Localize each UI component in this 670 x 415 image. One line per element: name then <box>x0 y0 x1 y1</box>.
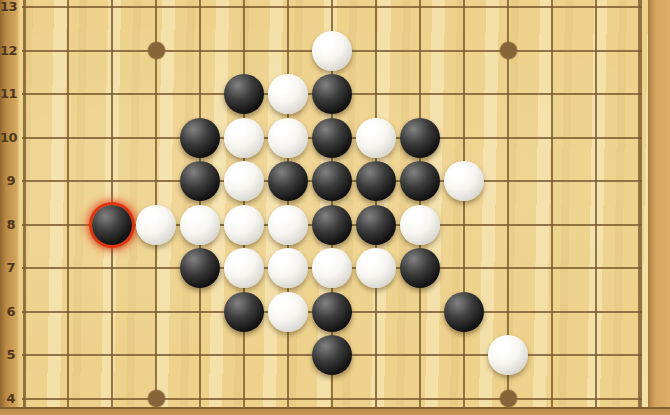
intersection-G13[interactable] <box>266 0 310 29</box>
intersection-N7[interactable] <box>574 246 618 290</box>
intersection-F7[interactable] <box>222 246 266 290</box>
intersection-E13[interactable] <box>178 0 222 29</box>
intersection-N10[interactable] <box>574 116 618 160</box>
black-stone <box>356 205 396 245</box>
intersection-J9[interactable] <box>398 159 442 203</box>
intersection-K6[interactable] <box>442 290 486 334</box>
intersection-G10[interactable] <box>266 116 310 160</box>
black-stone <box>400 118 440 158</box>
intersection-I8[interactable] <box>354 203 398 247</box>
intersection-M9[interactable] <box>530 159 574 203</box>
black-stone <box>312 292 352 332</box>
intersection-H11[interactable] <box>310 72 354 116</box>
intersection-K11[interactable] <box>442 72 486 116</box>
white-stone <box>488 335 528 375</box>
intersection-J10[interactable] <box>398 116 442 160</box>
intersection-N12[interactable] <box>574 29 618 73</box>
black-stone <box>312 118 352 158</box>
intersection-G9[interactable] <box>266 159 310 203</box>
intersection-F11[interactable] <box>222 72 266 116</box>
intersection-B7[interactable] <box>46 246 90 290</box>
intersection-L6[interactable] <box>486 290 530 334</box>
intersection-I6[interactable] <box>354 290 398 334</box>
intersection-B11[interactable] <box>46 72 90 116</box>
white-stone <box>312 248 352 288</box>
white-stone <box>356 248 396 288</box>
intersection-J6[interactable] <box>398 290 442 334</box>
intersection-K10[interactable] <box>442 116 486 160</box>
intersection-H7[interactable] <box>310 246 354 290</box>
intersection-J5[interactable] <box>398 333 442 377</box>
black-stone <box>444 292 484 332</box>
intersection-G7[interactable] <box>266 246 310 290</box>
white-stone <box>268 205 308 245</box>
row-label-7: 7 <box>0 259 15 277</box>
intersection-M6[interactable] <box>530 290 574 334</box>
intersection-M13[interactable] <box>530 0 574 29</box>
intersection-L5[interactable] <box>486 333 530 377</box>
intersection-K7[interactable] <box>442 246 486 290</box>
intersection-E12[interactable] <box>178 29 222 73</box>
white-stone <box>268 118 308 158</box>
intersection-M10[interactable] <box>530 116 574 160</box>
intersection-G12[interactable] <box>266 29 310 73</box>
row-label-5: 5 <box>0 346 15 364</box>
row-label-11: 11 <box>0 85 15 103</box>
white-stone <box>180 205 220 245</box>
intersection-N11[interactable] <box>574 72 618 116</box>
intersection-B10[interactable] <box>46 116 90 160</box>
intersection-D6[interactable] <box>134 290 178 334</box>
intersection-H6[interactable] <box>310 290 354 334</box>
black-stone <box>268 161 308 201</box>
intersection-K13[interactable] <box>442 0 486 29</box>
intersection-F9[interactable] <box>222 159 266 203</box>
intersection-N6[interactable] <box>574 290 618 334</box>
white-stone <box>224 205 264 245</box>
intersection-H5[interactable] <box>310 333 354 377</box>
intersection-D7[interactable] <box>134 246 178 290</box>
intersection-K9[interactable] <box>442 159 486 203</box>
intersection-N5[interactable] <box>574 333 618 377</box>
intersection-C13[interactable] <box>90 0 134 29</box>
intersection-I13[interactable] <box>354 0 398 29</box>
intersection-M11[interactable] <box>530 72 574 116</box>
intersection-D5[interactable] <box>134 333 178 377</box>
bottom-border-strip <box>0 407 670 415</box>
intersection-F13[interactable] <box>222 0 266 29</box>
intersection-J13[interactable] <box>398 0 442 29</box>
intersection-D11[interactable] <box>134 72 178 116</box>
intersection-F5[interactable] <box>222 333 266 377</box>
intersection-D10[interactable] <box>134 116 178 160</box>
intersection-B5[interactable] <box>46 333 90 377</box>
intersection-B13[interactable] <box>46 0 90 29</box>
intersection-D9[interactable] <box>134 159 178 203</box>
intersection-L8[interactable] <box>486 203 530 247</box>
intersection-B6[interactable] <box>46 290 90 334</box>
goban: 13121110987654 <box>0 0 670 415</box>
intersection-B12[interactable] <box>46 29 90 73</box>
intersection-L11[interactable] <box>486 72 530 116</box>
intersection-N8[interactable] <box>574 203 618 247</box>
intersection-J7[interactable] <box>398 246 442 290</box>
intersection-G11[interactable] <box>266 72 310 116</box>
white-stone <box>400 205 440 245</box>
black-stone <box>400 248 440 288</box>
white-stone <box>136 205 176 245</box>
intersection-J12[interactable] <box>398 29 442 73</box>
intersection-I12[interactable] <box>354 29 398 73</box>
intersection-K5[interactable] <box>442 333 486 377</box>
black-stone <box>356 161 396 201</box>
intersection-H12[interactable] <box>310 29 354 73</box>
intersection-C9[interactable] <box>90 159 134 203</box>
black-stone <box>312 335 352 375</box>
black-stone <box>180 161 220 201</box>
white-stone <box>444 161 484 201</box>
intersection-D13[interactable] <box>134 0 178 29</box>
intersection-L13[interactable] <box>486 0 530 29</box>
row-label-9: 9 <box>0 172 15 190</box>
intersection-L7[interactable] <box>486 246 530 290</box>
intersection-E9[interactable] <box>178 159 222 203</box>
intersection-L9[interactable] <box>486 159 530 203</box>
intersection-C7[interactable] <box>90 246 134 290</box>
intersection-C12[interactable] <box>90 29 134 73</box>
intersection-J11[interactable] <box>398 72 442 116</box>
row-label-12: 12 <box>0 42 15 60</box>
white-stone <box>268 292 308 332</box>
intersection-H8[interactable] <box>310 203 354 247</box>
white-stone <box>356 118 396 158</box>
intersection-F8[interactable] <box>222 203 266 247</box>
intersection-B9[interactable] <box>46 159 90 203</box>
white-stone <box>268 248 308 288</box>
intersection-E6[interactable] <box>178 290 222 334</box>
intersection-N9[interactable] <box>574 159 618 203</box>
intersection-C11[interactable] <box>90 72 134 116</box>
black-stone-last-move <box>92 205 132 245</box>
row-label-10: 10 <box>0 129 15 147</box>
intersection-M7[interactable] <box>530 246 574 290</box>
intersection-H10[interactable] <box>310 116 354 160</box>
black-stone <box>180 248 220 288</box>
intersection-F10[interactable] <box>222 116 266 160</box>
white-stone <box>224 161 264 201</box>
intersection-H13[interactable] <box>310 0 354 29</box>
black-stone <box>312 205 352 245</box>
intersection-M12[interactable] <box>530 29 574 73</box>
intersection-K12[interactable] <box>442 29 486 73</box>
white-stone <box>312 31 352 71</box>
intersection-F6[interactable] <box>222 290 266 334</box>
intersection-E7[interactable] <box>178 246 222 290</box>
intersection-E11[interactable] <box>178 72 222 116</box>
intersection-D12[interactable] <box>134 29 178 73</box>
intersection-B8[interactable] <box>46 203 90 247</box>
intersection-G5[interactable] <box>266 333 310 377</box>
intersection-C5[interactable] <box>90 333 134 377</box>
intersection-I9[interactable] <box>354 159 398 203</box>
intersection-E5[interactable] <box>178 333 222 377</box>
black-stone <box>400 161 440 201</box>
intersection-L12[interactable] <box>486 29 530 73</box>
white-stone <box>224 248 264 288</box>
intersection-F12[interactable] <box>222 29 266 73</box>
intersection-I11[interactable] <box>354 72 398 116</box>
right-border-strip <box>648 0 670 415</box>
intersection-G6[interactable] <box>266 290 310 334</box>
black-stone <box>224 292 264 332</box>
black-stone <box>224 74 264 114</box>
intersection-K8[interactable] <box>442 203 486 247</box>
row-label-6: 6 <box>0 303 15 321</box>
board-intersections <box>2 0 662 415</box>
black-stone <box>180 118 220 158</box>
black-stone <box>312 161 352 201</box>
intersection-M8[interactable] <box>530 203 574 247</box>
intersection-C10[interactable] <box>90 116 134 160</box>
black-stone <box>312 74 352 114</box>
row-label-13: 13 <box>0 0 15 16</box>
intersection-C8[interactable] <box>90 203 134 247</box>
intersection-H9[interactable] <box>310 159 354 203</box>
left-coordinate-strip: 13121110987654 <box>0 0 19 415</box>
intersection-I7[interactable] <box>354 246 398 290</box>
intersection-L10[interactable] <box>486 116 530 160</box>
white-stone <box>268 74 308 114</box>
intersection-C6[interactable] <box>90 290 134 334</box>
intersection-E8[interactable] <box>178 203 222 247</box>
row-label-4: 4 <box>0 390 15 408</box>
intersection-J8[interactable] <box>398 203 442 247</box>
intersection-E10[interactable] <box>178 116 222 160</box>
row-label-8: 8 <box>0 216 15 234</box>
white-stone <box>224 118 264 158</box>
intersection-N13[interactable] <box>574 0 618 29</box>
intersection-M5[interactable] <box>530 333 574 377</box>
intersection-I5[interactable] <box>354 333 398 377</box>
intersection-G8[interactable] <box>266 203 310 247</box>
intersection-D8[interactable] <box>134 203 178 247</box>
intersection-I10[interactable] <box>354 116 398 160</box>
